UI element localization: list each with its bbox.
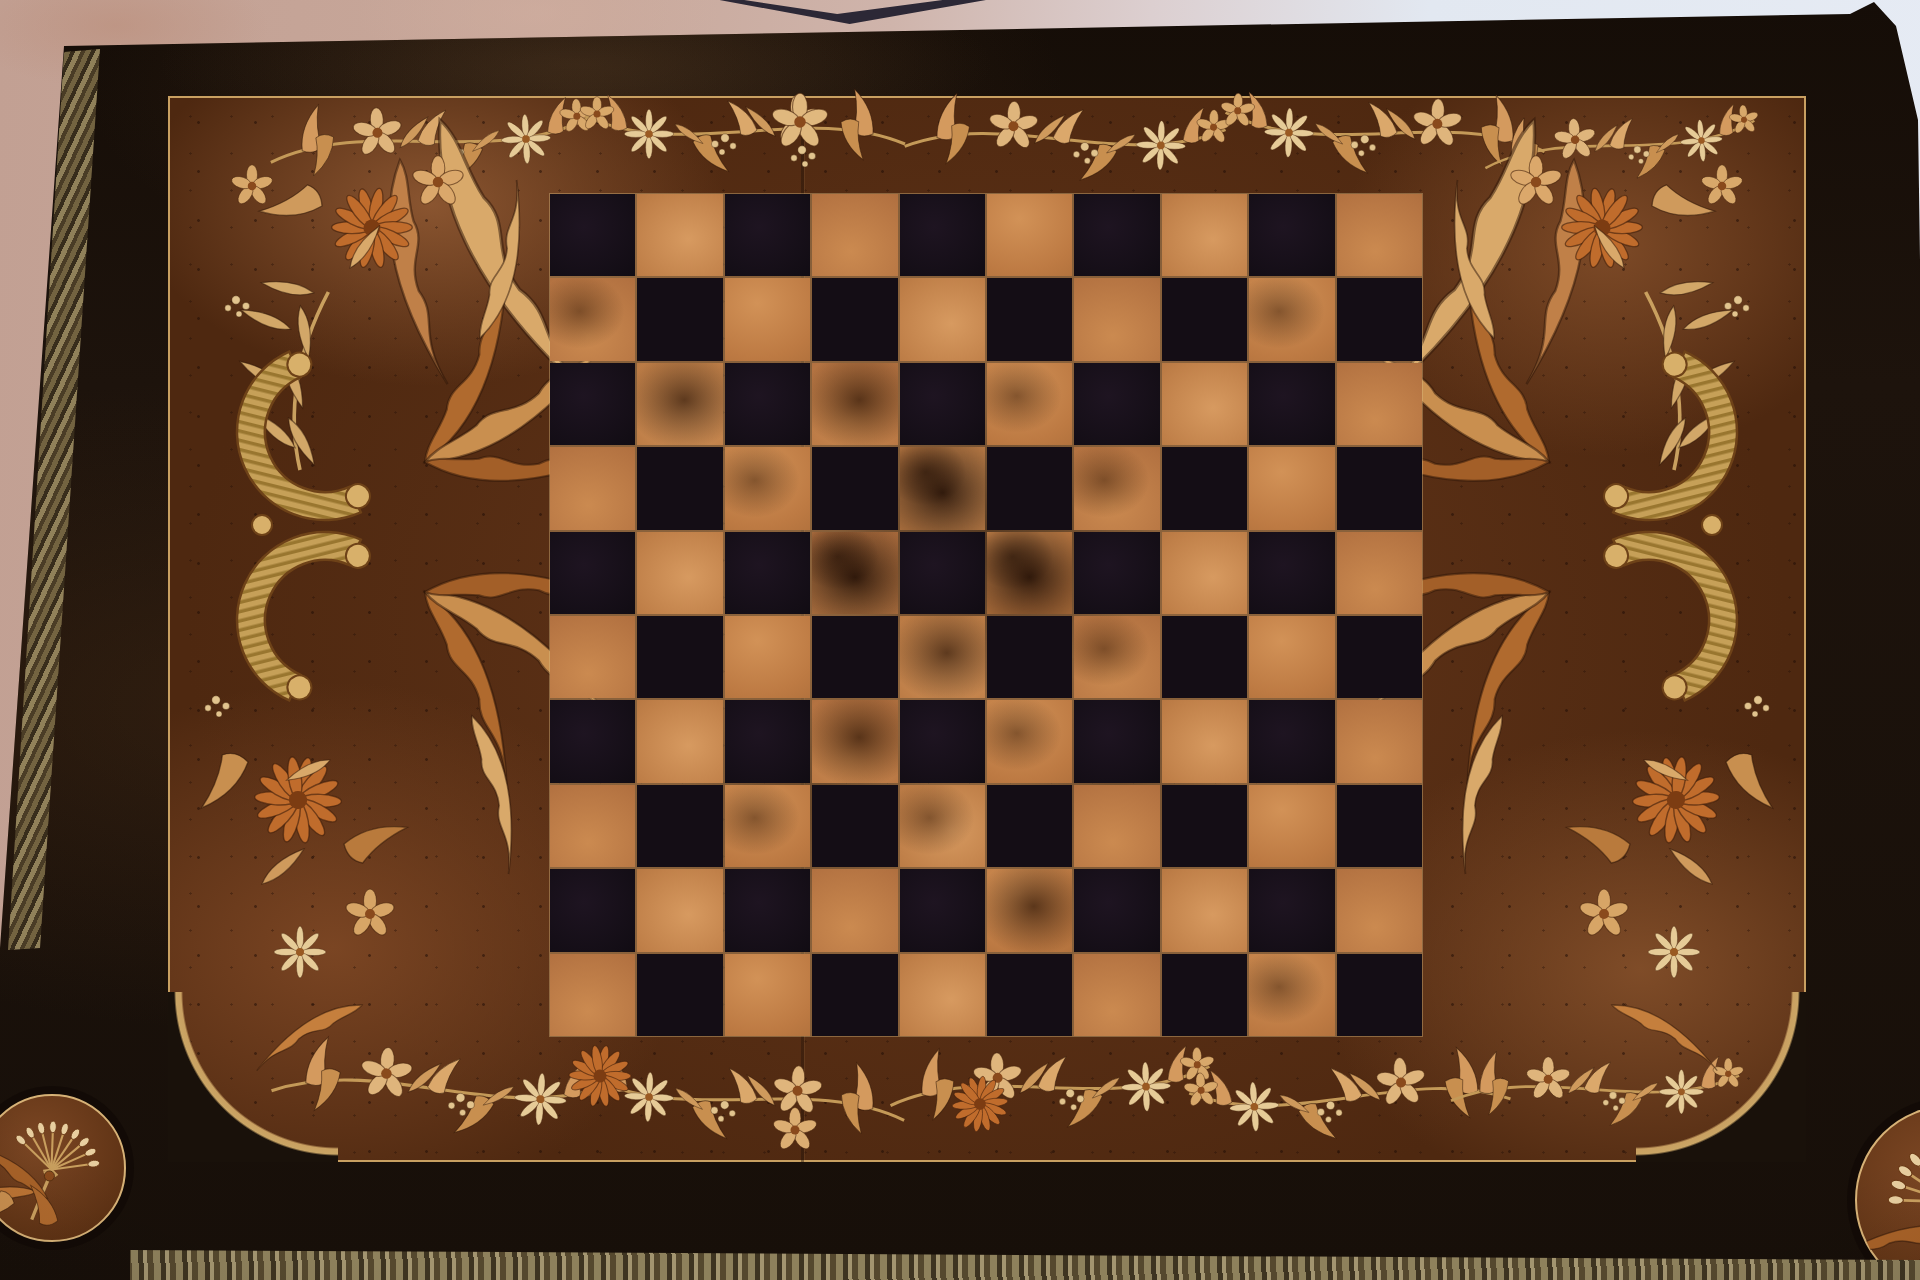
square-e8[interactable] bbox=[900, 363, 985, 445]
square-h7[interactable] bbox=[1162, 447, 1247, 529]
square-h2[interactable] bbox=[1162, 869, 1247, 951]
corner-scoop-right bbox=[1636, 992, 1806, 1162]
square-i5[interactable] bbox=[1249, 616, 1334, 698]
square-g9[interactable] bbox=[1074, 278, 1159, 360]
square-a3[interactable] bbox=[550, 785, 635, 867]
square-h5[interactable] bbox=[1162, 616, 1247, 698]
square-g5[interactable] bbox=[1074, 616, 1159, 698]
square-h1[interactable] bbox=[1162, 954, 1247, 1036]
square-d3[interactable] bbox=[812, 785, 897, 867]
square-i10[interactable] bbox=[1249, 194, 1334, 276]
square-g6[interactable] bbox=[1074, 532, 1159, 614]
square-a9[interactable] bbox=[550, 278, 635, 360]
square-f4[interactable] bbox=[987, 700, 1072, 782]
square-i3[interactable] bbox=[1249, 785, 1334, 867]
corner-scoop-left bbox=[168, 992, 338, 1162]
square-f2[interactable] bbox=[987, 869, 1072, 951]
square-b8[interactable] bbox=[637, 363, 722, 445]
square-a10[interactable] bbox=[550, 194, 635, 276]
square-b6[interactable] bbox=[637, 532, 722, 614]
games-table bbox=[0, 0, 1920, 1280]
square-d6[interactable] bbox=[812, 532, 897, 614]
square-d8[interactable] bbox=[812, 363, 897, 445]
square-c3[interactable] bbox=[725, 785, 810, 867]
square-e7[interactable] bbox=[900, 447, 985, 529]
square-f5[interactable] bbox=[987, 616, 1072, 698]
square-e3[interactable] bbox=[900, 785, 985, 867]
corner-medallion-left bbox=[0, 1094, 126, 1242]
square-i7[interactable] bbox=[1249, 447, 1334, 529]
square-b9[interactable] bbox=[637, 278, 722, 360]
photo bbox=[0, 0, 1920, 1280]
square-g4[interactable] bbox=[1074, 700, 1159, 782]
square-c9[interactable] bbox=[725, 278, 810, 360]
square-f3[interactable] bbox=[987, 785, 1072, 867]
square-i4[interactable] bbox=[1249, 700, 1334, 782]
square-c7[interactable] bbox=[725, 447, 810, 529]
square-c6[interactable] bbox=[725, 532, 810, 614]
square-d7[interactable] bbox=[812, 447, 897, 529]
square-j7[interactable] bbox=[1337, 447, 1422, 529]
square-d1[interactable] bbox=[812, 954, 897, 1036]
square-j2[interactable] bbox=[1337, 869, 1422, 951]
square-b7[interactable] bbox=[637, 447, 722, 529]
corner-medallion-right bbox=[1855, 1105, 1920, 1280]
square-b4[interactable] bbox=[637, 700, 722, 782]
square-i2[interactable] bbox=[1249, 869, 1334, 951]
square-i9[interactable] bbox=[1249, 278, 1334, 360]
square-d5[interactable] bbox=[812, 616, 897, 698]
square-h8[interactable] bbox=[1162, 363, 1247, 445]
square-d10[interactable] bbox=[812, 194, 897, 276]
square-f7[interactable] bbox=[987, 447, 1072, 529]
square-e10[interactable] bbox=[900, 194, 985, 276]
square-d9[interactable] bbox=[812, 278, 897, 360]
square-b2[interactable] bbox=[637, 869, 722, 951]
board bbox=[550, 194, 1422, 1036]
square-a4[interactable] bbox=[550, 700, 635, 782]
square-g1[interactable] bbox=[1074, 954, 1159, 1036]
square-c4[interactable] bbox=[725, 700, 810, 782]
square-h9[interactable] bbox=[1162, 278, 1247, 360]
square-f9[interactable] bbox=[987, 278, 1072, 360]
square-c1[interactable] bbox=[725, 954, 810, 1036]
square-h10[interactable] bbox=[1162, 194, 1247, 276]
square-f8[interactable] bbox=[987, 363, 1072, 445]
square-j10[interactable] bbox=[1337, 194, 1422, 276]
square-j5[interactable] bbox=[1337, 616, 1422, 698]
rosette-icon bbox=[1827, 1077, 1920, 1280]
square-h3[interactable] bbox=[1162, 785, 1247, 867]
square-h4[interactable] bbox=[1162, 700, 1247, 782]
square-j3[interactable] bbox=[1337, 785, 1422, 867]
square-f6[interactable] bbox=[987, 532, 1072, 614]
square-d4[interactable] bbox=[812, 700, 897, 782]
square-d2[interactable] bbox=[812, 869, 897, 951]
square-h6[interactable] bbox=[1162, 532, 1247, 614]
square-e1[interactable] bbox=[900, 954, 985, 1036]
square-g2[interactable] bbox=[1074, 869, 1159, 951]
square-j9[interactable] bbox=[1337, 278, 1422, 360]
square-g10[interactable] bbox=[1074, 194, 1159, 276]
square-a5[interactable] bbox=[550, 616, 635, 698]
square-e6[interactable] bbox=[900, 532, 985, 614]
rosette-icon bbox=[0, 1077, 143, 1258]
square-i8[interactable] bbox=[1249, 363, 1334, 445]
square-a6[interactable] bbox=[550, 532, 635, 614]
square-g3[interactable] bbox=[1074, 785, 1159, 867]
square-e2[interactable] bbox=[900, 869, 985, 951]
square-a8[interactable] bbox=[550, 363, 635, 445]
square-i6[interactable] bbox=[1249, 532, 1334, 614]
square-j1[interactable] bbox=[1337, 954, 1422, 1036]
square-e4[interactable] bbox=[900, 700, 985, 782]
square-b10[interactable] bbox=[637, 194, 722, 276]
square-f10[interactable] bbox=[987, 194, 1072, 276]
square-c5[interactable] bbox=[725, 616, 810, 698]
square-g7[interactable] bbox=[1074, 447, 1159, 529]
square-j6[interactable] bbox=[1337, 532, 1422, 614]
square-i1[interactable] bbox=[1249, 954, 1334, 1036]
square-j8[interactable] bbox=[1337, 363, 1422, 445]
square-g8[interactable] bbox=[1074, 363, 1159, 445]
square-b5[interactable] bbox=[637, 616, 722, 698]
square-a2[interactable] bbox=[550, 869, 635, 951]
square-b3[interactable] bbox=[637, 785, 722, 867]
square-c2[interactable] bbox=[725, 869, 810, 951]
square-f1[interactable] bbox=[987, 954, 1072, 1036]
square-b1[interactable] bbox=[637, 954, 722, 1036]
square-c8[interactable] bbox=[725, 363, 810, 445]
square-c10[interactable] bbox=[725, 194, 810, 276]
square-j4[interactable] bbox=[1337, 700, 1422, 782]
square-a7[interactable] bbox=[550, 447, 635, 529]
square-a1[interactable] bbox=[550, 954, 635, 1036]
square-e9[interactable] bbox=[900, 278, 985, 360]
square-e5[interactable] bbox=[900, 616, 985, 698]
